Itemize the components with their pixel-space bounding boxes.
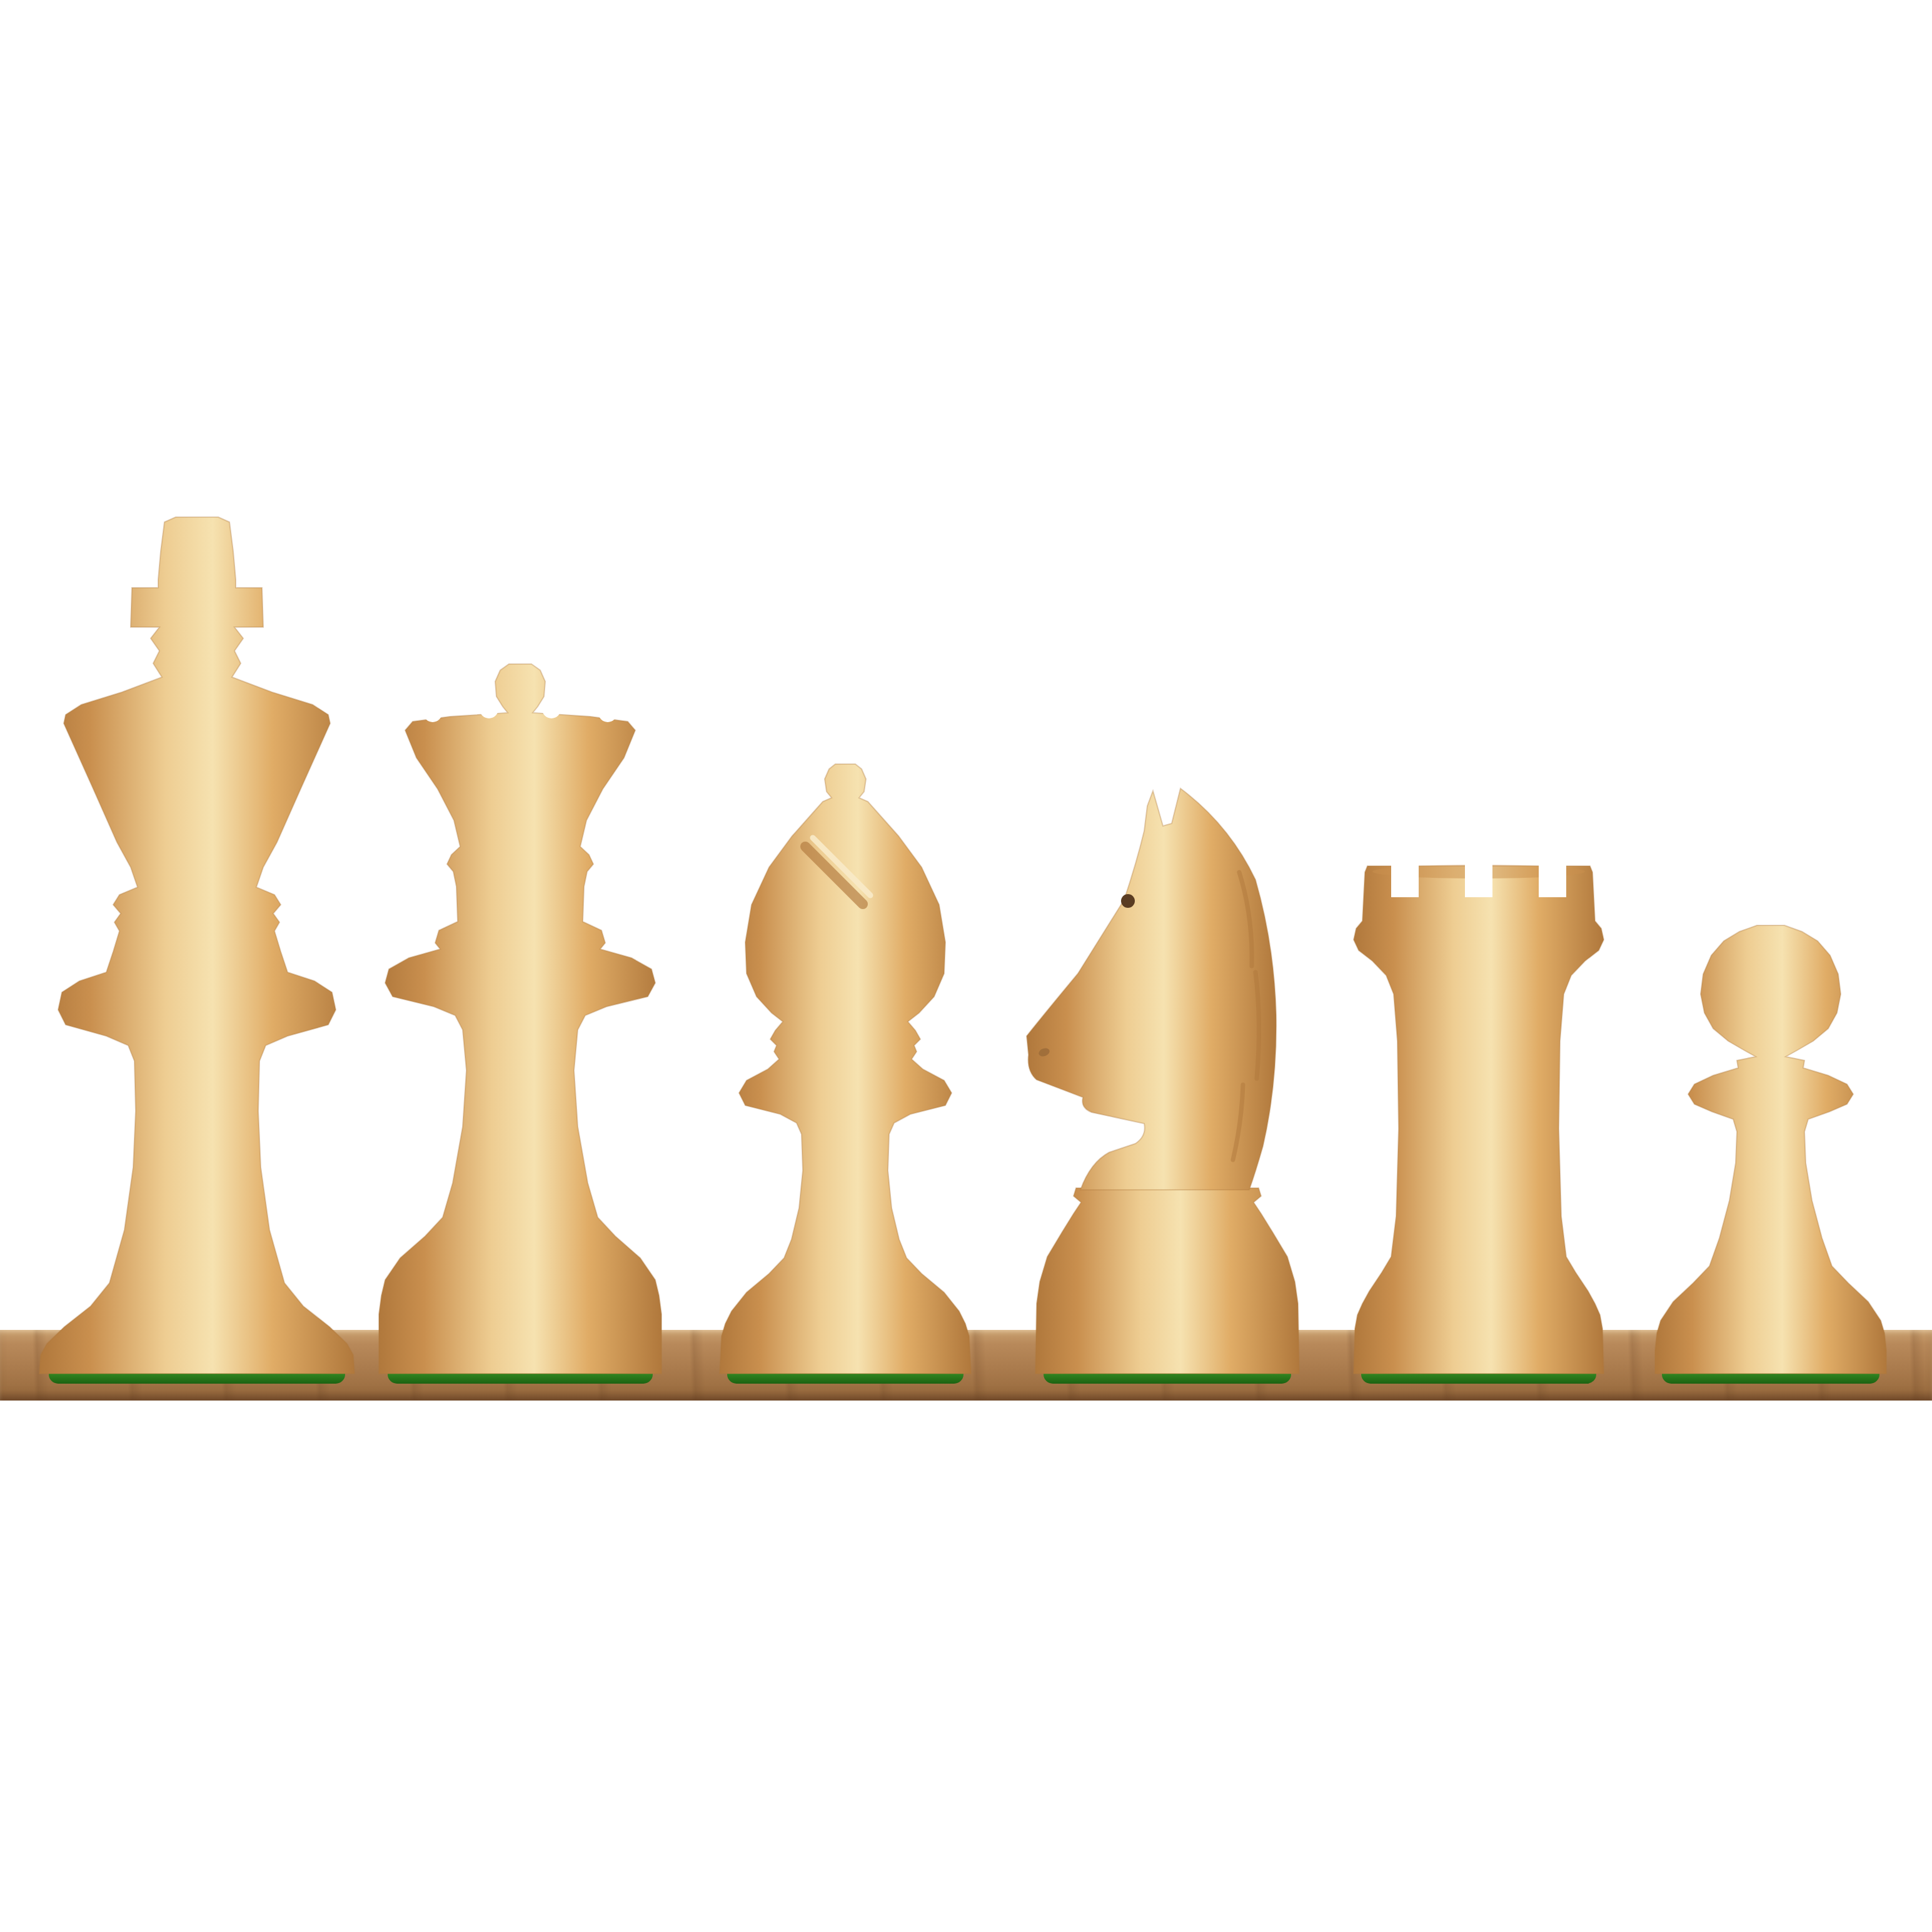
piece-bishop bbox=[712, 764, 979, 1385]
piece-knight bbox=[1017, 785, 1312, 1385]
product-photo-scene bbox=[0, 0, 1932, 1932]
rook-crenellation-notch bbox=[1465, 865, 1492, 897]
knight-eye bbox=[1121, 894, 1135, 908]
piece-king bbox=[38, 517, 356, 1385]
piece-queen bbox=[378, 664, 663, 1385]
queen-coronet-scallop bbox=[598, 703, 617, 722]
queen-coronet-scallop bbox=[480, 700, 498, 718]
rook-crenellation-notch bbox=[1539, 865, 1566, 897]
rook-crenellation-notch bbox=[1391, 865, 1419, 897]
queen-coronet-scallop bbox=[542, 700, 561, 718]
piece-rook bbox=[1344, 866, 1613, 1385]
queen-coronet-scallop bbox=[423, 703, 442, 722]
piece-pawn bbox=[1651, 925, 1890, 1385]
